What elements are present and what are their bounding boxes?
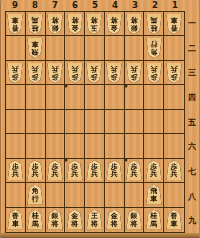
piece-kanji: 角行 (31, 188, 39, 203)
square-8-5[interactable] (26, 110, 46, 134)
piece-kanji: 歩兵 (51, 164, 59, 179)
piece-kanji: 金将 (110, 213, 118, 228)
piece-kanji: 玉将 (90, 15, 98, 30)
shogi-board: 香車桂馬銀将金将玉将金将銀将桂馬香車飛車角行歩兵歩兵歩兵歩兵歩兵歩兵歩兵歩兵歩兵… (5, 11, 185, 233)
piece-kanji: 金将 (71, 15, 79, 30)
piece-gote-gold[interactable]: 金将 (67, 14, 83, 34)
piece-kanji: 歩兵 (110, 64, 118, 79)
piece-sente-gold[interactable]: 金将 (67, 210, 83, 230)
piece-gote-gold[interactable]: 金将 (106, 14, 122, 34)
piece-gote-king[interactable]: 玉将 (86, 14, 102, 34)
piece-kanji: 歩兵 (90, 64, 98, 79)
piece-gote-silver[interactable]: 銀将 (47, 14, 63, 34)
square-1-8[interactable] (164, 183, 184, 207)
square-7-5[interactable] (46, 110, 66, 134)
piece-kanji: 王将 (90, 213, 98, 228)
piece-kanji: 角行 (150, 40, 158, 55)
square-7-9[interactable]: 銀将 (46, 208, 66, 232)
file-label-8: 8 (25, 0, 45, 11)
piece-sente-pawn[interactable]: 歩兵 (86, 160, 102, 180)
square-3-3[interactable]: 歩兵 (125, 61, 145, 85)
piece-kanji: 歩兵 (11, 64, 19, 79)
piece-gote-rook[interactable]: 飛車 (27, 38, 43, 58)
square-3-7[interactable]: 歩兵 (125, 159, 145, 183)
piece-gote-knight[interactable]: 桂馬 (146, 14, 162, 34)
square-7-3[interactable]: 歩兵 (46, 61, 66, 85)
piece-sente-knight[interactable]: 桂馬 (146, 210, 162, 230)
square-8-1[interactable]: 桂馬 (26, 12, 46, 36)
square-8-4[interactable] (26, 85, 46, 109)
square-4-2[interactable] (105, 36, 125, 60)
square-1-1[interactable]: 香車 (164, 12, 184, 36)
piece-sente-knight[interactable]: 桂馬 (27, 210, 43, 230)
square-3-4[interactable] (125, 85, 145, 109)
square-3-5[interactable] (125, 110, 145, 134)
piece-kanji: 歩兵 (90, 164, 98, 179)
rank-coordinates: 一二三四五六七八九 (184, 11, 200, 233)
square-7-4[interactable] (46, 85, 66, 109)
piece-sente-gold[interactable]: 金将 (106, 210, 122, 230)
piece-kanji: 桂馬 (31, 213, 39, 228)
piece-gote-pawn[interactable]: 歩兵 (27, 63, 43, 83)
piece-kanji: 歩兵 (170, 64, 178, 79)
piece-gote-silver[interactable]: 銀将 (126, 14, 142, 34)
rank-label-7: 七 (184, 159, 200, 184)
square-8-6[interactable] (26, 134, 46, 158)
square-5-5[interactable] (85, 110, 105, 134)
square-2-3[interactable]: 歩兵 (144, 61, 164, 85)
square-2-2[interactable]: 角行 (144, 36, 164, 60)
piece-gote-pawn[interactable]: 歩兵 (106, 63, 122, 83)
square-8-9[interactable]: 桂馬 (26, 208, 46, 232)
piece-gote-bishop[interactable]: 角行 (146, 38, 162, 58)
piece-sente-pawn[interactable]: 歩兵 (27, 160, 43, 180)
square-9-1[interactable]: 香車 (6, 12, 26, 36)
square-6-8[interactable] (65, 183, 85, 207)
square-2-6[interactable] (144, 134, 164, 158)
square-6-6[interactable] (65, 134, 85, 158)
piece-sente-pawn[interactable]: 歩兵 (126, 160, 142, 180)
piece-kanji: 飛車 (150, 188, 158, 203)
rank-label-1: 一 (184, 11, 200, 36)
piece-sente-pawn[interactable]: 歩兵 (166, 160, 182, 180)
square-5-4[interactable] (85, 85, 105, 109)
square-4-5[interactable] (105, 110, 125, 134)
piece-sente-pawn[interactable]: 歩兵 (67, 160, 83, 180)
square-6-1[interactable]: 金将 (65, 12, 85, 36)
rank-label-2: 二 (184, 36, 200, 61)
square-7-7[interactable]: 歩兵 (46, 159, 66, 183)
square-9-3[interactable]: 歩兵 (6, 61, 26, 85)
square-1-4[interactable] (164, 85, 184, 109)
piece-kanji: 銀将 (51, 15, 59, 30)
square-1-3[interactable]: 歩兵 (164, 61, 184, 85)
square-5-8[interactable] (85, 183, 105, 207)
piece-kanji: 歩兵 (71, 64, 79, 79)
piece-kanji: 桂馬 (150, 15, 158, 30)
piece-kanji: 金将 (71, 213, 79, 228)
square-2-5[interactable] (144, 110, 164, 134)
square-1-7[interactable]: 歩兵 (164, 159, 184, 183)
file-label-3: 3 (125, 0, 145, 11)
file-coordinates: 987654321 (5, 0, 185, 11)
square-5-2[interactable] (85, 36, 105, 60)
piece-sente-lance[interactable]: 香車 (7, 210, 23, 230)
file-label-4: 4 (105, 0, 125, 11)
rank-label-5: 五 (184, 110, 200, 135)
piece-kanji: 歩兵 (51, 64, 59, 79)
piece-kanji: 歩兵 (130, 164, 138, 179)
piece-kanji: 桂馬 (31, 15, 39, 30)
piece-gote-pawn[interactable]: 歩兵 (126, 63, 142, 83)
piece-gote-pawn[interactable]: 歩兵 (47, 63, 63, 83)
square-6-7[interactable]: 歩兵 (65, 159, 85, 183)
rank-label-8: 八 (184, 184, 200, 209)
piece-sente-bishop[interactable]: 角行 (27, 185, 43, 205)
square-7-6[interactable] (46, 134, 66, 158)
piece-kanji: 香車 (170, 213, 178, 228)
square-3-6[interactable] (125, 134, 145, 158)
square-9-4[interactable] (6, 85, 26, 109)
square-1-5[interactable] (164, 110, 184, 134)
piece-kanji: 歩兵 (150, 164, 158, 179)
square-3-9[interactable]: 銀将 (125, 208, 145, 232)
square-3-8[interactable] (125, 183, 145, 207)
square-6-2[interactable] (65, 36, 85, 60)
square-4-9[interactable]: 金将 (105, 208, 125, 232)
square-3-1[interactable]: 銀将 (125, 12, 145, 36)
square-4-7[interactable]: 歩兵 (105, 159, 125, 183)
square-8-3[interactable]: 歩兵 (26, 61, 46, 85)
piece-gote-knight[interactable]: 桂馬 (27, 14, 43, 34)
piece-sente-pawn[interactable]: 歩兵 (106, 160, 122, 180)
piece-kanji: 歩兵 (71, 164, 79, 179)
piece-kanji: 銀将 (130, 15, 138, 30)
square-7-1[interactable]: 銀将 (46, 12, 66, 36)
piece-kanji: 香車 (170, 15, 178, 30)
square-8-8[interactable]: 角行 (26, 183, 46, 207)
piece-kanji: 銀将 (51, 213, 59, 228)
piece-sente-pawn[interactable]: 歩兵 (7, 160, 23, 180)
square-5-7[interactable]: 歩兵 (85, 159, 105, 183)
square-9-5[interactable] (6, 110, 26, 134)
hoshi-star-point-2 (125, 85, 128, 88)
piece-gote-lance[interactable]: 香車 (7, 14, 23, 34)
board-bottom-edge (0, 233, 200, 238)
square-9-2[interactable] (6, 36, 26, 60)
file-label-7: 7 (45, 0, 65, 11)
square-4-3[interactable]: 歩兵 (105, 61, 125, 85)
square-5-9[interactable]: 王将 (85, 208, 105, 232)
piece-kanji: 金将 (110, 15, 118, 30)
file-label-5: 5 (85, 0, 105, 11)
square-9-8[interactable] (6, 183, 26, 207)
square-6-5[interactable] (65, 110, 85, 134)
square-2-8[interactable]: 飛車 (144, 183, 164, 207)
hoshi-star-point-1 (65, 85, 68, 88)
square-5-1[interactable]: 玉将 (85, 12, 105, 36)
square-1-2[interactable] (164, 36, 184, 60)
piece-kanji: 歩兵 (11, 164, 19, 179)
square-4-1[interactable]: 金将 (105, 12, 125, 36)
piece-kanji: 歩兵 (110, 164, 118, 179)
square-9-9[interactable]: 香車 (6, 208, 26, 232)
square-9-6[interactable] (6, 134, 26, 158)
piece-kanji: 飛車 (31, 40, 39, 55)
square-8-7[interactable]: 歩兵 (26, 159, 46, 183)
square-6-9[interactable]: 金将 (65, 208, 85, 232)
square-4-4[interactable] (105, 85, 125, 109)
square-6-3[interactable]: 歩兵 (65, 61, 85, 85)
file-label-9: 9 (5, 0, 25, 11)
piece-gote-pawn[interactable]: 歩兵 (146, 63, 162, 83)
piece-kanji: 歩兵 (31, 64, 39, 79)
square-7-2[interactable] (46, 36, 66, 60)
rank-label-3: 三 (184, 60, 200, 85)
square-8-2[interactable]: 飛車 (26, 36, 46, 60)
piece-sente-pawn[interactable]: 歩兵 (146, 160, 162, 180)
piece-kanji: 桂馬 (150, 213, 158, 228)
piece-kanji: 歩兵 (170, 164, 178, 179)
file-label-1: 1 (165, 0, 185, 11)
square-4-8[interactable] (105, 183, 125, 207)
piece-gote-pawn[interactable]: 歩兵 (86, 63, 102, 83)
square-5-6[interactable] (85, 134, 105, 158)
square-2-1[interactable]: 桂馬 (144, 12, 164, 36)
piece-kanji: 歩兵 (130, 64, 138, 79)
piece-gote-pawn[interactable]: 歩兵 (7, 63, 23, 83)
square-3-2[interactable] (125, 36, 145, 60)
square-6-4[interactable] (65, 85, 85, 109)
square-2-9[interactable]: 桂馬 (144, 208, 164, 232)
piece-gote-pawn[interactable]: 歩兵 (67, 63, 83, 83)
rank-label-4: 四 (184, 85, 200, 110)
piece-kanji: 歩兵 (150, 64, 158, 79)
square-2-7[interactable]: 歩兵 (144, 159, 164, 183)
piece-sente-king[interactable]: 王将 (86, 210, 102, 230)
square-1-9[interactable]: 香車 (164, 208, 184, 232)
square-9-7[interactable]: 歩兵 (6, 159, 26, 183)
piece-kanji: 歩兵 (31, 164, 39, 179)
square-2-4[interactable] (144, 85, 164, 109)
hoshi-star-point-4 (125, 159, 128, 162)
square-5-3[interactable]: 歩兵 (85, 61, 105, 85)
file-label-6: 6 (65, 0, 85, 11)
piece-kanji: 香車 (11, 15, 19, 30)
square-4-6[interactable] (105, 134, 125, 158)
square-7-8[interactable] (46, 183, 66, 207)
hoshi-star-point-3 (65, 159, 68, 162)
piece-kanji: 銀将 (130, 213, 138, 228)
rank-label-6: 六 (184, 134, 200, 159)
square-1-6[interactable] (164, 134, 184, 158)
piece-sente-lance[interactable]: 香車 (166, 210, 182, 230)
file-label-2: 2 (145, 0, 165, 11)
rank-label-9: 九 (184, 208, 200, 233)
piece-sente-pawn[interactable]: 歩兵 (47, 160, 63, 180)
shogi-board-frame: 987654321 香車桂馬銀将金将玉将金将銀将桂馬香車飛車角行歩兵歩兵歩兵歩兵… (0, 0, 200, 238)
piece-gote-lance[interactable]: 香車 (166, 14, 182, 34)
piece-kanji: 香車 (11, 213, 19, 228)
piece-gote-pawn[interactable]: 歩兵 (166, 63, 182, 83)
piece-sente-rook[interactable]: 飛車 (146, 185, 162, 205)
piece-sente-silver[interactable]: 銀将 (47, 210, 63, 230)
piece-sente-silver[interactable]: 銀将 (126, 210, 142, 230)
